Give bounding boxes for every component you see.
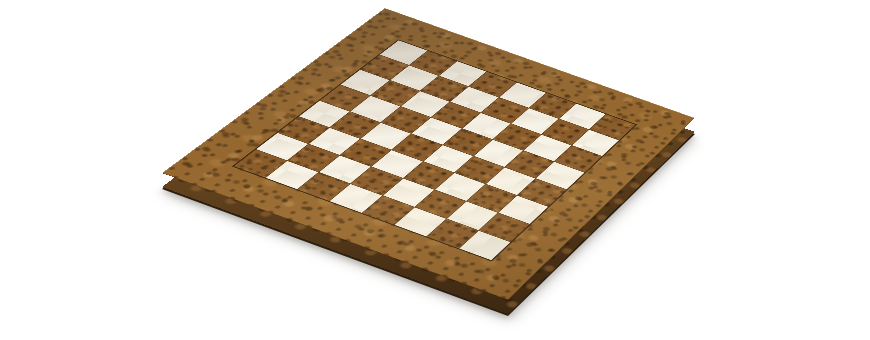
square-r2c3 xyxy=(432,102,480,128)
square-r3c0 xyxy=(320,85,370,111)
square-r1c5 xyxy=(511,108,558,134)
square-r2c1 xyxy=(371,81,420,107)
square-r5c4 xyxy=(404,161,454,189)
square-r7c1 xyxy=(266,161,319,189)
square-r5c1 xyxy=(309,128,360,155)
square-r5c3 xyxy=(372,150,422,178)
square-r4c3 xyxy=(392,134,442,161)
shadow-shape xyxy=(164,32,697,324)
square-r1c0 xyxy=(360,55,408,80)
square-r7c3 xyxy=(330,184,382,213)
square-r5c5 xyxy=(435,173,485,201)
square-r5c2 xyxy=(341,139,392,166)
square-r3c3 xyxy=(412,118,461,145)
square-r5c7 xyxy=(499,195,549,223)
square-r2c6 xyxy=(524,135,572,162)
square-r6c4 xyxy=(383,178,434,206)
square-r1c1 xyxy=(390,66,438,91)
square-r5c0 xyxy=(278,117,329,144)
square-r0c7 xyxy=(589,114,635,140)
square-r5c6 xyxy=(467,184,517,212)
board-shadow xyxy=(0,19,520,340)
photo-background xyxy=(0,0,870,340)
square-r0c2 xyxy=(439,61,486,86)
square-r2c5 xyxy=(493,124,541,150)
board-frame xyxy=(162,8,695,300)
square-r6c5 xyxy=(415,190,466,219)
shadow-shape xyxy=(162,27,695,319)
square-r7c7 xyxy=(459,231,510,261)
square-r1c2 xyxy=(420,76,468,101)
square-r0c0 xyxy=(380,40,427,65)
square-r3c2 xyxy=(381,107,430,133)
square-r1c3 xyxy=(451,87,499,113)
square-r7c4 xyxy=(362,196,414,225)
square-r2c7 xyxy=(554,146,601,173)
square-r0c1 xyxy=(410,51,457,76)
board-bottom-rim xyxy=(0,16,520,340)
rim-shape xyxy=(162,24,695,316)
square-r3c1 xyxy=(351,96,400,122)
board-side-edge xyxy=(0,14,520,340)
square-r0c4 xyxy=(499,82,546,107)
square-r6c3 xyxy=(351,167,402,195)
side-shape xyxy=(162,22,695,314)
square-r1c4 xyxy=(481,98,528,124)
square-r4c6 xyxy=(486,167,535,195)
chess-board xyxy=(0,0,520,340)
square-r4c7 xyxy=(518,178,567,206)
square-r4c0 xyxy=(299,101,349,128)
square-r3c4 xyxy=(443,129,492,156)
square-r0c5 xyxy=(529,93,575,118)
square-r1c6 xyxy=(542,119,589,145)
square-r1c7 xyxy=(572,130,619,156)
square-r4c4 xyxy=(424,145,473,172)
square-r2c0 xyxy=(341,70,390,96)
square-r7c5 xyxy=(394,207,446,236)
square-r4c5 xyxy=(455,156,504,183)
square-r2c2 xyxy=(401,91,449,117)
square-r0c6 xyxy=(559,104,605,130)
square-r2c4 xyxy=(462,113,510,139)
square-r6c6 xyxy=(447,201,498,230)
square-r3c5 xyxy=(474,140,523,167)
square-r6c7 xyxy=(479,213,529,242)
square-r3c6 xyxy=(505,151,553,178)
square-r6c1 xyxy=(288,144,340,172)
square-r7c0 xyxy=(234,149,287,177)
square-r6c0 xyxy=(256,133,308,161)
square-r4c2 xyxy=(361,123,411,150)
square-r7c6 xyxy=(427,219,478,248)
playing-field xyxy=(232,39,638,261)
square-r3c7 xyxy=(536,162,584,189)
square-r7c2 xyxy=(298,172,350,201)
square-r6c2 xyxy=(319,156,370,184)
board-soft-shadow xyxy=(2,24,522,340)
square-r4c1 xyxy=(330,112,380,139)
square-r0c3 xyxy=(469,72,516,97)
